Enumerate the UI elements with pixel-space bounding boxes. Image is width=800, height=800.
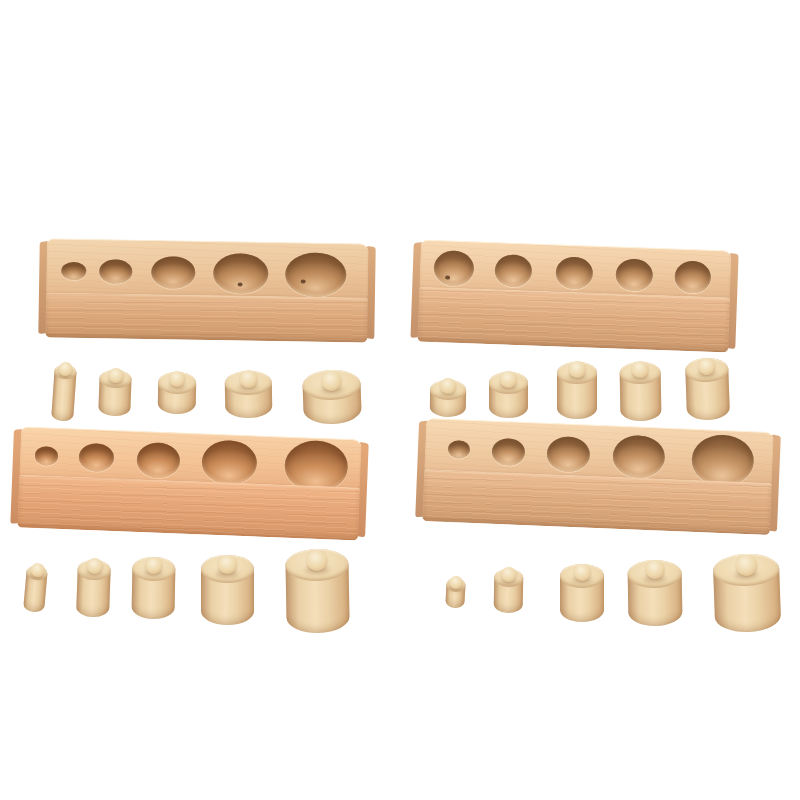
- socket-hole-5: [691, 434, 755, 487]
- cylinder-knob: [501, 567, 516, 582]
- knobbed-cylinder-upper-right-3: [557, 362, 597, 419]
- socket-hole-1: [448, 440, 471, 459]
- knobbed-cylinder-lower-right-3: [560, 564, 604, 622]
- cylinder-block-bottom-left: [17, 426, 362, 541]
- cylinder-knob: [500, 371, 517, 388]
- socket-hole-1: [34, 446, 58, 465]
- socket-hole-5: [284, 252, 346, 297]
- knobbed-cylinder-upper-right-5: [684, 357, 729, 420]
- socket-hole-3: [136, 442, 180, 478]
- knobbed-cylinder-upper-right-2: [489, 372, 528, 418]
- block-top-face: [46, 238, 369, 298]
- cylinder-knob: [108, 368, 124, 384]
- cylinder-knob: [321, 370, 342, 391]
- socket-hole-1: [433, 250, 474, 287]
- socket-hole-1: [61, 262, 86, 280]
- knobbed-cylinder-upper-left-5: [302, 369, 362, 425]
- cylinder-knob: [574, 564, 591, 581]
- cylinder-knob: [569, 361, 586, 378]
- socket-hole-2: [99, 259, 132, 283]
- socket-hole-5: [674, 260, 711, 293]
- block-front-face: [417, 287, 730, 353]
- drill-mark: [300, 279, 305, 283]
- knobbed-cylinder-lower-left-1: [23, 565, 48, 613]
- knobbed-cylinder-upper-left-4: [224, 371, 272, 419]
- knobbed-cylinder-lower-left-4: [201, 555, 254, 625]
- cylinder-block-top-right: [417, 240, 731, 354]
- cylinder-knob: [645, 560, 664, 579]
- knobbed-cylinder-lower-left-5: [285, 548, 349, 633]
- cylinder-knob: [631, 361, 648, 378]
- drill-mark: [238, 282, 243, 286]
- cylinder-knob: [449, 575, 463, 589]
- socket-hole-4: [212, 253, 268, 293]
- cylinder-block-top-left: [45, 238, 369, 343]
- socket-hole-2: [494, 254, 532, 288]
- knobbed-cylinder-upper-right-1: [430, 380, 467, 418]
- socket-hole-4: [201, 440, 258, 486]
- socket-hole-4: [612, 434, 666, 479]
- socket-hole-3: [151, 256, 195, 288]
- cylinder-knob: [145, 557, 162, 574]
- product-photo-canvas: [0, 0, 800, 800]
- knobbed-cylinder-upper-left-3: [158, 372, 197, 415]
- cylinder-knob: [735, 555, 757, 577]
- cylinder-knob: [697, 357, 715, 375]
- cylinder-knob: [306, 550, 327, 571]
- knobbed-cylinder-lower-left-2: [76, 559, 111, 617]
- drill-mark: [445, 275, 450, 279]
- socket-hole-4: [615, 258, 653, 292]
- knobbed-cylinder-upper-right-4: [619, 362, 661, 422]
- socket-hole-3: [546, 435, 590, 472]
- knobbed-cylinder-lower-right-5: [713, 553, 782, 633]
- knobbed-cylinder-upper-left-1: [51, 364, 77, 421]
- knobbed-cylinder-upper-left-2: [98, 369, 132, 416]
- socket-hole-3: [555, 256, 593, 290]
- socket-hole-2: [78, 443, 114, 472]
- socket-hole-2: [491, 437, 525, 465]
- knobbed-cylinder-lower-left-3: [131, 557, 175, 620]
- block-front-face: [45, 292, 368, 342]
- knobbed-cylinder-lower-right-4: [627, 560, 682, 627]
- knobbed-cylinder-lower-right-2: [493, 569, 523, 613]
- knobbed-cylinder-lower-right-1: [445, 578, 466, 609]
- cylinder-block-bottom-right: [422, 418, 774, 536]
